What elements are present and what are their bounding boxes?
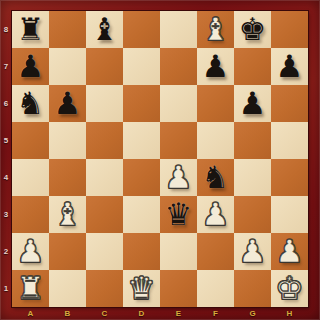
square-e1[interactable] [160,270,197,307]
rank-labels: 87654321 [0,11,12,307]
square-g4[interactable] [234,159,271,196]
square-c5[interactable] [86,122,123,159]
square-f1[interactable] [197,270,234,307]
rank-label-6: 6 [0,85,12,122]
square-b3[interactable]: ♝ [49,196,86,233]
black-pawn-icon[interactable]: ♟ [276,48,304,85]
file-label-c: C [86,307,123,320]
white-pawn-icon[interactable]: ♟ [17,233,45,270]
square-d2[interactable] [123,233,160,270]
square-f7[interactable]: ♟ [197,48,234,85]
square-h2[interactable]: ♟ [271,233,308,270]
square-a7[interactable]: ♟ [12,48,49,85]
square-g8[interactable]: ♚ [234,11,271,48]
square-c7[interactable] [86,48,123,85]
square-f6[interactable] [197,85,234,122]
square-e6[interactable] [160,85,197,122]
square-f2[interactable] [197,233,234,270]
square-g2[interactable]: ♟ [234,233,271,270]
square-f5[interactable] [197,122,234,159]
square-b6[interactable]: ♟ [49,85,86,122]
square-f4[interactable]: ♞ [197,159,234,196]
file-label-f: F [197,307,234,320]
white-pawn-icon[interactable]: ♟ [202,196,230,233]
square-h7[interactable]: ♟ [271,48,308,85]
rank-label-7: 7 [0,48,12,85]
square-h1[interactable]: ♚ [271,270,308,307]
square-d1[interactable]: ♛ [123,270,160,307]
rank-label-2: 2 [0,233,12,270]
file-label-e: E [160,307,197,320]
square-f8[interactable]: ♝ [197,11,234,48]
square-b5[interactable] [49,122,86,159]
black-bishop-icon[interactable]: ♝ [91,11,119,48]
white-pawn-icon[interactable]: ♟ [239,233,267,270]
square-a6[interactable]: ♞ [12,85,49,122]
square-b2[interactable] [49,233,86,270]
file-label-d: D [123,307,160,320]
square-e4[interactable]: ♟ [160,159,197,196]
square-c6[interactable] [86,85,123,122]
rank-label-5: 5 [0,122,12,159]
black-rook-icon[interactable]: ♜ [17,11,45,48]
square-e8[interactable] [160,11,197,48]
white-rook-icon[interactable]: ♜ [17,270,45,307]
square-g6[interactable]: ♟ [234,85,271,122]
square-h8[interactable] [271,11,308,48]
rank-label-1: 1 [0,270,12,307]
square-b1[interactable] [49,270,86,307]
black-queen-icon[interactable]: ♛ [165,196,193,233]
square-h3[interactable] [271,196,308,233]
black-knight-icon[interactable]: ♞ [17,85,45,122]
square-a4[interactable] [12,159,49,196]
square-h4[interactable] [271,159,308,196]
square-d4[interactable] [123,159,160,196]
square-d3[interactable] [123,196,160,233]
square-g5[interactable] [234,122,271,159]
white-pawn-icon[interactable]: ♟ [276,233,304,270]
square-f3[interactable]: ♟ [197,196,234,233]
chess-board-frame: ♜♝♝♚♟♟♟♞♟♟♟♞♝♛♟♟♟♟♜♛♚ 87654321 ABCDEFGH [0,0,320,320]
square-a2[interactable]: ♟ [12,233,49,270]
square-a1[interactable]: ♜ [12,270,49,307]
square-a8[interactable]: ♜ [12,11,49,48]
file-label-h: H [271,307,308,320]
square-b7[interactable] [49,48,86,85]
square-g7[interactable] [234,48,271,85]
black-pawn-icon[interactable]: ♟ [17,48,45,85]
white-pawn-icon[interactable]: ♟ [165,159,193,196]
square-h5[interactable] [271,122,308,159]
white-queen-icon[interactable]: ♛ [128,270,156,307]
square-b4[interactable] [49,159,86,196]
file-labels: ABCDEFGH [12,307,308,320]
square-e5[interactable] [160,122,197,159]
black-knight-icon[interactable]: ♞ [202,159,230,196]
square-a5[interactable] [12,122,49,159]
file-label-a: A [12,307,49,320]
square-c2[interactable] [86,233,123,270]
rank-label-4: 4 [0,159,12,196]
file-label-g: G [234,307,271,320]
square-d7[interactable] [123,48,160,85]
square-c8[interactable]: ♝ [86,11,123,48]
square-a3[interactable] [12,196,49,233]
square-d8[interactable] [123,11,160,48]
square-c3[interactable] [86,196,123,233]
square-d6[interactable] [123,85,160,122]
square-b8[interactable] [49,11,86,48]
rank-label-3: 3 [0,196,12,233]
square-g3[interactable] [234,196,271,233]
square-e3[interactable]: ♛ [160,196,197,233]
square-g1[interactable] [234,270,271,307]
white-king-icon[interactable]: ♚ [276,270,304,307]
black-pawn-icon[interactable]: ♟ [54,85,82,122]
white-bishop-icon[interactable]: ♝ [54,196,82,233]
square-e2[interactable] [160,233,197,270]
board: ♜♝♝♚♟♟♟♞♟♟♟♞♝♛♟♟♟♟♜♛♚ [12,11,308,307]
white-bishop-icon[interactable]: ♝ [202,11,230,48]
rank-label-8: 8 [0,11,12,48]
square-c1[interactable] [86,270,123,307]
black-king-icon[interactable]: ♚ [239,11,267,48]
square-c4[interactable] [86,159,123,196]
square-e7[interactable] [160,48,197,85]
black-pawn-icon[interactable]: ♟ [202,48,230,85]
square-d5[interactable] [123,122,160,159]
square-h6[interactable] [271,85,308,122]
file-label-b: B [49,307,86,320]
black-pawn-icon[interactable]: ♟ [239,85,267,122]
